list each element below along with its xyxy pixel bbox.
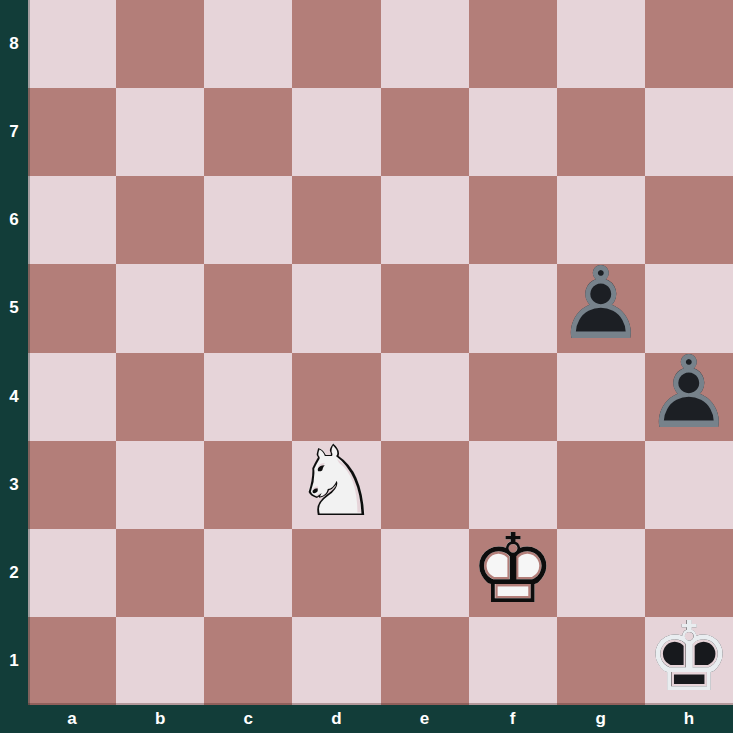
black-pawn-outline: ♙ — [556, 254, 646, 354]
square-c4[interactable] — [204, 353, 292, 441]
square-f6[interactable] — [469, 176, 557, 264]
file-label-c: c — [204, 705, 292, 733]
square-d1[interactable] — [292, 617, 380, 705]
square-d7[interactable] — [292, 88, 380, 176]
square-d3[interactable]: ♞♘ — [292, 441, 380, 529]
black-king-icon[interactable]: ♚♔ — [645, 617, 733, 705]
square-c8[interactable] — [204, 0, 292, 88]
white-king-icon[interactable]: ♚♔ — [469, 529, 557, 617]
rank-label-7: 7 — [0, 88, 28, 176]
square-g2[interactable] — [557, 529, 645, 617]
square-e2[interactable] — [381, 529, 469, 617]
rank-coordinates: 87654321 — [0, 0, 28, 705]
square-b8[interactable] — [116, 0, 204, 88]
square-g4[interactable] — [557, 353, 645, 441]
square-d6[interactable] — [292, 176, 380, 264]
file-label-e: e — [381, 705, 469, 733]
square-e6[interactable] — [381, 176, 469, 264]
square-d2[interactable] — [292, 529, 380, 617]
corner-spacer — [0, 705, 28, 733]
square-a6[interactable] — [28, 176, 116, 264]
square-h4[interactable]: ♟♙ — [645, 353, 733, 441]
square-d8[interactable] — [292, 0, 380, 88]
rank-label-8: 8 — [0, 0, 28, 88]
square-g1[interactable] — [557, 617, 645, 705]
square-g3[interactable] — [557, 441, 645, 529]
file-label-a: a — [28, 705, 116, 733]
square-a1[interactable] — [28, 617, 116, 705]
rank-label-3: 3 — [0, 441, 28, 529]
square-b5[interactable] — [116, 264, 204, 352]
file-coordinates: abcdefgh — [0, 705, 733, 733]
square-d5[interactable] — [292, 264, 380, 352]
square-c5[interactable] — [204, 264, 292, 352]
square-g5[interactable]: ♟♙ — [557, 264, 645, 352]
square-g8[interactable] — [557, 0, 645, 88]
square-e1[interactable] — [381, 617, 469, 705]
rank-label-1: 1 — [0, 617, 28, 705]
file-label-b: b — [116, 705, 204, 733]
square-a3[interactable] — [28, 441, 116, 529]
square-a4[interactable] — [28, 353, 116, 441]
square-c7[interactable] — [204, 88, 292, 176]
square-b7[interactable] — [116, 88, 204, 176]
square-h7[interactable] — [645, 88, 733, 176]
square-f2[interactable]: ♚♔ — [469, 529, 557, 617]
rank-label-4: 4 — [0, 353, 28, 441]
square-c3[interactable] — [204, 441, 292, 529]
square-b2[interactable] — [116, 529, 204, 617]
file-label-d: d — [292, 705, 380, 733]
square-b4[interactable] — [116, 353, 204, 441]
square-e8[interactable] — [381, 0, 469, 88]
square-h8[interactable] — [645, 0, 733, 88]
square-e4[interactable] — [381, 353, 469, 441]
square-c6[interactable] — [204, 176, 292, 264]
square-b6[interactable] — [116, 176, 204, 264]
square-f7[interactable] — [469, 88, 557, 176]
square-a8[interactable] — [28, 0, 116, 88]
square-c2[interactable] — [204, 529, 292, 617]
square-b3[interactable] — [116, 441, 204, 529]
square-f1[interactable] — [469, 617, 557, 705]
chess-app: 87654321 ♟♙♟♙♞♘♚♔♚♔ abcdefgh — [0, 0, 733, 733]
black-pawn-icon[interactable]: ♟♙ — [645, 353, 733, 441]
square-b1[interactable] — [116, 617, 204, 705]
square-a2[interactable] — [28, 529, 116, 617]
square-h6[interactable] — [645, 176, 733, 264]
white-king-outline: ♔ — [470, 521, 556, 617]
rank-label-6: 6 — [0, 176, 28, 264]
file-label-g: g — [557, 705, 645, 733]
square-a7[interactable] — [28, 88, 116, 176]
square-c1[interactable] — [204, 617, 292, 705]
board-row: 87654321 ♟♙♟♙♞♘♚♔♚♔ — [0, 0, 733, 705]
square-h3[interactable] — [645, 441, 733, 529]
rank-label-2: 2 — [0, 529, 28, 617]
black-pawn-outline: ♙ — [644, 343, 733, 443]
square-g7[interactable] — [557, 88, 645, 176]
file-label-f: f — [469, 705, 557, 733]
square-f4[interactable] — [469, 353, 557, 441]
square-e7[interactable] — [381, 88, 469, 176]
square-e3[interactable] — [381, 441, 469, 529]
square-a5[interactable] — [28, 264, 116, 352]
white-knight-outline: ♘ — [293, 432, 381, 530]
white-knight-icon[interactable]: ♞♘ — [292, 441, 380, 529]
black-pawn-icon[interactable]: ♟♙ — [557, 264, 645, 352]
square-e5[interactable] — [381, 264, 469, 352]
square-h1[interactable]: ♚♔ — [645, 617, 733, 705]
black-king-outline: ♔ — [646, 609, 732, 705]
square-f8[interactable] — [469, 0, 557, 88]
rank-label-5: 5 — [0, 264, 28, 352]
chess-board: ♟♙♟♙♞♘♚♔♚♔ — [28, 0, 733, 705]
square-f5[interactable] — [469, 264, 557, 352]
